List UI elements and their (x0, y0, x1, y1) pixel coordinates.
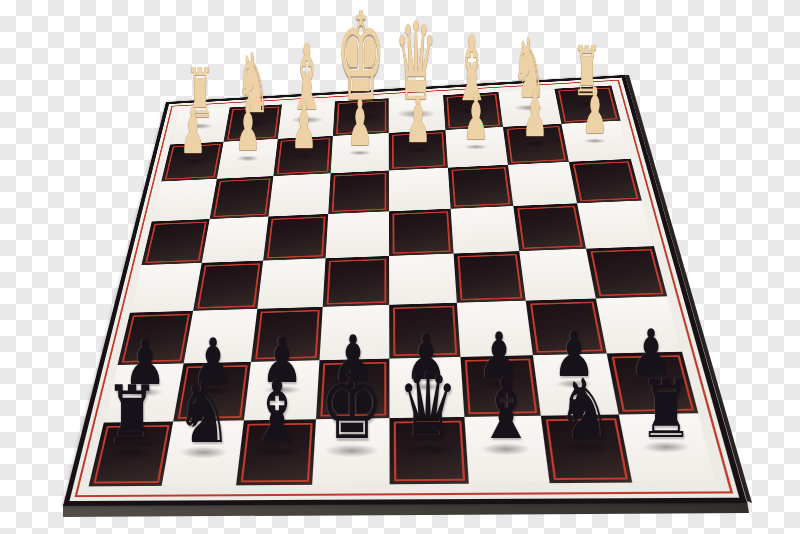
pawn-glyph: ♟ (235, 97, 261, 160)
pawn-glyph: ♟ (463, 85, 489, 148)
pieces-layer: ♜♞♝♛♚♝♞♜♟♟♟♟♟♟♟♟♟♟♟♟♟♟♟♟♜♞♝♛♚♝♞♜ (0, 0, 800, 534)
knight-glyph: ♞ (175, 372, 231, 455)
pawn-glyph: ♟ (347, 91, 373, 154)
bishop-glyph: ♝ (248, 368, 306, 453)
pawn-glyph: ♟ (522, 82, 548, 145)
pawn-glyph: ♟ (180, 100, 206, 163)
pawn-glyph: ♟ (582, 79, 608, 142)
knight-glyph: ♞ (557, 367, 613, 450)
rook-glyph: ♜ (639, 368, 694, 449)
bishop-glyph: ♝ (477, 366, 535, 451)
queen-glyph: ♛ (397, 362, 458, 452)
rook-glyph: ♜ (104, 375, 159, 456)
king-glyph: ♚ (320, 359, 384, 453)
pawn-glyph: ♟ (291, 94, 317, 157)
pawn-glyph: ♟ (405, 88, 431, 151)
photo-canvas: ♜♞♝♛♚♝♞♜♟♟♟♟♟♟♟♟♟♟♟♟♟♟♟♟♜♞♝♛♚♝♞♜ (0, 0, 800, 534)
